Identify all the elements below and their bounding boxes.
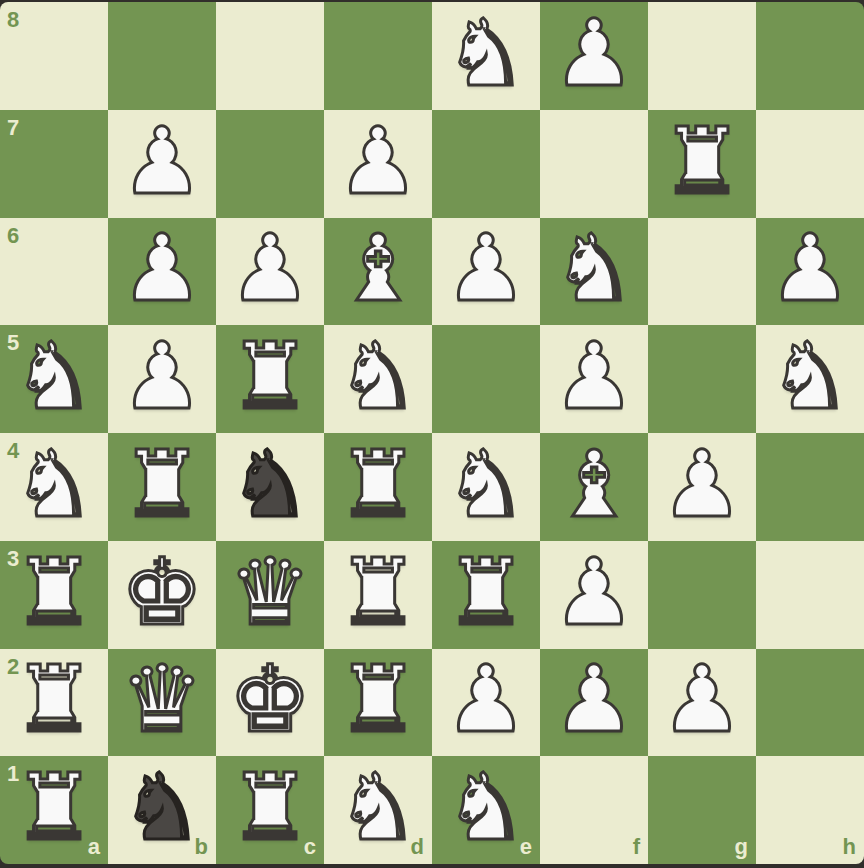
white-pawn-f5[interactable]: ♟ [553, 331, 635, 423]
square-e8[interactable]: ♞ [432, 2, 540, 110]
white-king-c2[interactable]: ♚ [229, 654, 311, 746]
file-label-g: g [735, 836, 748, 858]
white-queen-c3[interactable]: ♛ [229, 547, 311, 639]
white-pawn-e6[interactable]: ♟ [445, 223, 527, 315]
square-g7[interactable]: ♜ [648, 110, 756, 218]
white-pawn-c6[interactable]: ♟ [229, 223, 311, 315]
square-d8[interactable] [324, 2, 432, 110]
white-knight-h5[interactable]: ♞ [769, 331, 851, 423]
square-h8[interactable] [756, 2, 864, 110]
white-rook-g7[interactable]: ♜ [661, 116, 743, 208]
white-knight-e4[interactable]: ♞ [445, 439, 527, 531]
white-pawn-g4[interactable]: ♟ [661, 439, 743, 531]
rank-label-2: 2 [7, 656, 19, 678]
rank-label-1: 1 [7, 763, 19, 785]
file-label-f: f [633, 836, 640, 858]
rank-label-7: 7 [7, 117, 19, 139]
square-b2[interactable]: ♛ [108, 649, 216, 757]
white-rook-a1[interactable]: ♜ [13, 762, 95, 854]
white-rook-e3[interactable]: ♜ [445, 547, 527, 639]
square-c6[interactable]: ♟ [216, 218, 324, 326]
white-rook-a3[interactable]: ♜ [13, 547, 95, 639]
square-d3[interactable]: ♜ [324, 541, 432, 649]
square-a1[interactable]: ♜1a [0, 756, 108, 864]
square-e1[interactable]: ♞e [432, 756, 540, 864]
chess-board: 8♞♟7♟♟♜6♟♟♝♟♞♟♞5♟♜♞♟♞♞4♜♞♜♞♝♟♜3♚♛♜♜♟♜2♛♚… [0, 2, 864, 864]
square-f1[interactable]: f [540, 756, 648, 864]
file-label-c: c [304, 836, 316, 858]
white-knight-e1[interactable]: ♞ [445, 762, 527, 854]
square-b6[interactable]: ♟ [108, 218, 216, 326]
square-b8[interactable] [108, 2, 216, 110]
square-e2[interactable]: ♟ [432, 649, 540, 757]
square-g3[interactable] [648, 541, 756, 649]
square-d5[interactable]: ♞ [324, 325, 432, 433]
black-knight-c4[interactable]: ♞ [229, 439, 311, 531]
black-knight-b1[interactable]: ♞ [121, 762, 203, 854]
square-h1[interactable]: h [756, 756, 864, 864]
square-f8[interactable]: ♟ [540, 2, 648, 110]
square-a5[interactable]: ♞5 [0, 325, 108, 433]
rank-label-4: 4 [7, 440, 19, 462]
square-d1[interactable]: ♞d [324, 756, 432, 864]
file-label-a: a [88, 836, 100, 858]
square-f4[interactable]: ♝ [540, 433, 648, 541]
square-e3[interactable]: ♜ [432, 541, 540, 649]
white-rook-d3[interactable]: ♜ [337, 547, 419, 639]
rank-label-3: 3 [7, 548, 19, 570]
white-bishop-d6[interactable]: ♝ [337, 223, 419, 315]
white-rook-a2[interactable]: ♜ [13, 654, 95, 746]
file-label-e: e [520, 836, 532, 858]
file-label-d: d [411, 836, 424, 858]
white-knight-e8[interactable]: ♞ [445, 8, 527, 100]
square-d6[interactable]: ♝ [324, 218, 432, 326]
square-h2[interactable] [756, 649, 864, 757]
square-g1[interactable]: g [648, 756, 756, 864]
rank-label-8: 8 [7, 9, 19, 31]
square-h7[interactable] [756, 110, 864, 218]
square-f5[interactable]: ♟ [540, 325, 648, 433]
rank-label-5: 5 [7, 332, 19, 354]
square-a8[interactable]: 8 [0, 2, 108, 110]
white-pawn-e2[interactable]: ♟ [445, 654, 527, 746]
file-label-h: h [843, 836, 856, 858]
square-h4[interactable] [756, 433, 864, 541]
white-knight-f6[interactable]: ♞ [553, 223, 635, 315]
white-pawn-d7[interactable]: ♟ [337, 116, 419, 208]
white-rook-d2[interactable]: ♜ [337, 654, 419, 746]
square-c7[interactable] [216, 110, 324, 218]
white-king-b3[interactable]: ♚ [121, 547, 203, 639]
square-h6[interactable]: ♟ [756, 218, 864, 326]
square-g6[interactable] [648, 218, 756, 326]
white-pawn-b6[interactable]: ♟ [121, 223, 203, 315]
white-knight-a4[interactable]: ♞ [13, 439, 95, 531]
white-pawn-g2[interactable]: ♟ [661, 654, 743, 746]
white-pawn-b7[interactable]: ♟ [121, 116, 203, 208]
square-d2[interactable]: ♜ [324, 649, 432, 757]
square-b4[interactable]: ♜ [108, 433, 216, 541]
square-c3[interactable]: ♛ [216, 541, 324, 649]
square-a3[interactable]: ♜3 [0, 541, 108, 649]
white-rook-c5[interactable]: ♜ [229, 331, 311, 423]
white-knight-d1[interactable]: ♞ [337, 762, 419, 854]
white-pawn-f3[interactable]: ♟ [553, 547, 635, 639]
file-label-b: b [195, 836, 208, 858]
square-e4[interactable]: ♞ [432, 433, 540, 541]
square-e7[interactable] [432, 110, 540, 218]
square-f2[interactable]: ♟ [540, 649, 648, 757]
square-e6[interactable]: ♟ [432, 218, 540, 326]
square-c8[interactable] [216, 2, 324, 110]
white-rook-c1[interactable]: ♜ [229, 762, 311, 854]
square-b1[interactable]: ♞b [108, 756, 216, 864]
square-b5[interactable]: ♟ [108, 325, 216, 433]
white-rook-d4[interactable]: ♜ [337, 439, 419, 531]
square-d7[interactable]: ♟ [324, 110, 432, 218]
white-pawn-b5[interactable]: ♟ [121, 331, 203, 423]
white-bishop-f4[interactable]: ♝ [553, 439, 635, 531]
square-g2[interactable]: ♟ [648, 649, 756, 757]
square-d4[interactable]: ♜ [324, 433, 432, 541]
white-pawn-f8[interactable]: ♟ [553, 8, 635, 100]
square-b7[interactable]: ♟ [108, 110, 216, 218]
white-pawn-f2[interactable]: ♟ [553, 654, 635, 746]
square-c2[interactable]: ♚ [216, 649, 324, 757]
square-g4[interactable]: ♟ [648, 433, 756, 541]
square-f3[interactable]: ♟ [540, 541, 648, 649]
square-a6[interactable]: 6 [0, 218, 108, 326]
square-c1[interactable]: ♜c [216, 756, 324, 864]
square-a7[interactable]: 7 [0, 110, 108, 218]
square-c4[interactable]: ♞ [216, 433, 324, 541]
square-f7[interactable] [540, 110, 648, 218]
white-pawn-h6[interactable]: ♟ [769, 223, 851, 315]
square-h5[interactable]: ♞ [756, 325, 864, 433]
square-g8[interactable] [648, 2, 756, 110]
white-rook-b4[interactable]: ♜ [121, 439, 203, 531]
square-c5[interactable]: ♜ [216, 325, 324, 433]
white-knight-a5[interactable]: ♞ [13, 331, 95, 423]
board-frame: 8♞♟7♟♟♜6♟♟♝♟♞♟♞5♟♜♞♟♞♞4♜♞♜♞♝♟♜3♚♛♜♜♟♜2♛♚… [0, 0, 864, 868]
square-a2[interactable]: ♜2 [0, 649, 108, 757]
square-a4[interactable]: ♞4 [0, 433, 108, 541]
white-knight-d5[interactable]: ♞ [337, 331, 419, 423]
square-h3[interactable] [756, 541, 864, 649]
square-e5[interactable] [432, 325, 540, 433]
square-g5[interactable] [648, 325, 756, 433]
rank-label-6: 6 [7, 225, 19, 247]
white-queen-b2[interactable]: ♛ [121, 654, 203, 746]
square-f6[interactable]: ♞ [540, 218, 648, 326]
square-b3[interactable]: ♚ [108, 541, 216, 649]
